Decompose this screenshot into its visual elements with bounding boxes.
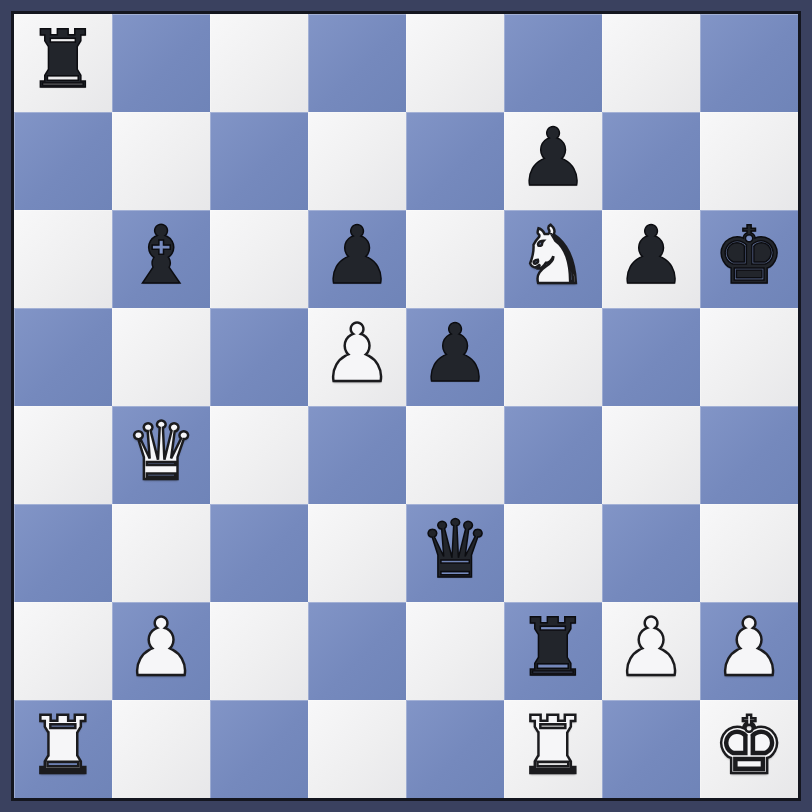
square-a2[interactable] [14, 602, 112, 700]
chess-board: ♜♟♝♟♞♟♚♟♟♛♛♟♜♟♟♜♜♚ [14, 14, 798, 798]
square-g8[interactable] [602, 14, 700, 112]
square-e4[interactable] [406, 406, 504, 504]
square-e7[interactable] [406, 112, 504, 210]
square-f5[interactable] [504, 308, 602, 406]
square-b3[interactable] [112, 504, 210, 602]
piece-black-rook[interactable]: ♜ [27, 11, 99, 109]
square-e1[interactable] [406, 700, 504, 798]
square-f1[interactable]: ♜ [504, 700, 602, 798]
square-b7[interactable] [112, 112, 210, 210]
piece-white-rook[interactable]: ♜ [517, 697, 589, 795]
board-frame: ♜♟♝♟♞♟♚♟♟♛♛♟♜♟♟♜♜♚ [0, 0, 812, 812]
square-h6[interactable]: ♚ [700, 210, 798, 308]
square-h1[interactable]: ♚ [700, 700, 798, 798]
square-h2[interactable]: ♟ [700, 602, 798, 700]
piece-black-pawn[interactable]: ♟ [517, 109, 589, 207]
piece-black-queen[interactable]: ♛ [419, 501, 491, 599]
square-c3[interactable] [210, 504, 308, 602]
square-c7[interactable] [210, 112, 308, 210]
square-h5[interactable] [700, 308, 798, 406]
square-f2[interactable]: ♜ [504, 602, 602, 700]
square-a5[interactable] [14, 308, 112, 406]
piece-black-bishop[interactable]: ♝ [125, 207, 197, 305]
square-f4[interactable] [504, 406, 602, 504]
piece-white-king[interactable]: ♚ [713, 697, 785, 795]
square-b1[interactable] [112, 700, 210, 798]
square-g3[interactable] [602, 504, 700, 602]
square-g7[interactable] [602, 112, 700, 210]
square-g2[interactable]: ♟ [602, 602, 700, 700]
square-d3[interactable] [308, 504, 406, 602]
square-b2[interactable]: ♟ [112, 602, 210, 700]
square-h7[interactable] [700, 112, 798, 210]
square-d4[interactable] [308, 406, 406, 504]
square-d8[interactable] [308, 14, 406, 112]
square-g5[interactable] [602, 308, 700, 406]
piece-black-rook[interactable]: ♜ [517, 599, 589, 697]
square-c4[interactable] [210, 406, 308, 504]
square-e8[interactable] [406, 14, 504, 112]
square-f7[interactable]: ♟ [504, 112, 602, 210]
square-b6[interactable]: ♝ [112, 210, 210, 308]
piece-white-pawn[interactable]: ♟ [713, 599, 785, 697]
square-g4[interactable] [602, 406, 700, 504]
square-a8[interactable]: ♜ [14, 14, 112, 112]
square-e5[interactable]: ♟ [406, 308, 504, 406]
piece-white-pawn[interactable]: ♟ [321, 305, 393, 403]
piece-white-pawn[interactable]: ♟ [615, 599, 687, 697]
square-h3[interactable] [700, 504, 798, 602]
square-b5[interactable] [112, 308, 210, 406]
square-c6[interactable] [210, 210, 308, 308]
piece-black-king[interactable]: ♚ [713, 207, 785, 305]
square-a3[interactable] [14, 504, 112, 602]
piece-white-pawn[interactable]: ♟ [125, 599, 197, 697]
square-d5[interactable]: ♟ [308, 308, 406, 406]
square-a1[interactable]: ♜ [14, 700, 112, 798]
square-c2[interactable] [210, 602, 308, 700]
square-d1[interactable] [308, 700, 406, 798]
square-b8[interactable] [112, 14, 210, 112]
square-e2[interactable] [406, 602, 504, 700]
square-a7[interactable] [14, 112, 112, 210]
square-a4[interactable] [14, 406, 112, 504]
square-d7[interactable] [308, 112, 406, 210]
square-h4[interactable] [700, 406, 798, 504]
square-c8[interactable] [210, 14, 308, 112]
square-f8[interactable] [504, 14, 602, 112]
square-f3[interactable] [504, 504, 602, 602]
square-f6[interactable]: ♞ [504, 210, 602, 308]
square-e3[interactable]: ♛ [406, 504, 504, 602]
piece-black-pawn[interactable]: ♟ [321, 207, 393, 305]
piece-black-pawn[interactable]: ♟ [615, 207, 687, 305]
piece-white-knight[interactable]: ♞ [517, 207, 589, 305]
square-h8[interactable] [700, 14, 798, 112]
square-g6[interactable]: ♟ [602, 210, 700, 308]
square-d2[interactable] [308, 602, 406, 700]
square-b4[interactable]: ♛ [112, 406, 210, 504]
board-inner-edge: ♜♟♝♟♞♟♚♟♟♛♛♟♜♟♟♜♜♚ [11, 11, 801, 801]
piece-white-rook[interactable]: ♜ [27, 697, 99, 795]
square-e6[interactable] [406, 210, 504, 308]
square-g1[interactable] [602, 700, 700, 798]
square-c1[interactable] [210, 700, 308, 798]
piece-white-queen[interactable]: ♛ [125, 403, 197, 501]
square-c5[interactable] [210, 308, 308, 406]
square-d6[interactable]: ♟ [308, 210, 406, 308]
piece-black-pawn[interactable]: ♟ [419, 305, 491, 403]
square-a6[interactable] [14, 210, 112, 308]
